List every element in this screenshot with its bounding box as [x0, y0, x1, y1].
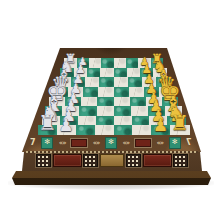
chess-set-photo: 7✻«»«»✻«»«»✻7 ♜♞♝♛♚♝♞♜♟♟♟♟♟♟♟♟♟♟♟♟♟♟♟♟♜♞… [0, 0, 222, 222]
square [78, 116, 97, 126]
square [129, 87, 145, 97]
square [132, 125, 151, 135]
square [74, 68, 88, 78]
checkered-dot-inlay-icon [83, 154, 98, 167]
square [71, 77, 86, 87]
square [42, 116, 61, 126]
tan-panel-inlay [100, 154, 124, 167]
square [162, 97, 179, 107]
checkered-dot-inlay-icon [126, 154, 141, 167]
square [96, 116, 115, 126]
red-inlay [71, 139, 87, 147]
square [159, 87, 175, 97]
square [126, 58, 139, 68]
square [132, 116, 151, 126]
square [114, 87, 130, 97]
red-inlay [135, 139, 151, 147]
square [85, 77, 100, 87]
square [114, 97, 131, 107]
square [101, 58, 114, 68]
square [146, 97, 163, 107]
square [83, 87, 99, 97]
chevron-inlay-icon: «» [59, 140, 66, 147]
square [114, 58, 127, 68]
rosette-inlay-icon: ✻ [105, 137, 117, 149]
square [151, 125, 170, 135]
square [62, 106, 80, 116]
square [53, 87, 69, 97]
square [68, 87, 84, 97]
square [89, 58, 102, 68]
square [153, 68, 167, 78]
square [95, 125, 114, 135]
square [130, 97, 147, 107]
square [131, 106, 149, 116]
front-inlay-panels [34, 154, 190, 167]
corner-bracket-icon: 7 [30, 139, 36, 147]
square [170, 125, 189, 135]
rosette-inlay-icon: ✻ [41, 137, 53, 149]
square [81, 97, 98, 107]
square [142, 77, 157, 87]
square [65, 97, 82, 107]
square [98, 87, 114, 97]
square [60, 116, 79, 126]
square [97, 97, 114, 107]
square [49, 97, 66, 107]
red-panel-inlay [53, 154, 82, 167]
square [114, 68, 128, 78]
square [87, 68, 101, 78]
square [144, 87, 160, 97]
rosette-inlay-icon: ✻ [169, 137, 181, 149]
square [167, 116, 186, 126]
square [77, 58, 90, 68]
checkered-dot-inlay-icon [36, 154, 51, 167]
chevron-inlay-icon: «» [93, 140, 100, 147]
square [100, 68, 114, 78]
square [45, 106, 63, 116]
square [148, 106, 166, 116]
square [97, 106, 115, 116]
square [138, 58, 151, 68]
bead-strip [26, 151, 198, 153]
square [156, 77, 171, 87]
square [79, 106, 97, 116]
square [114, 77, 129, 87]
square [64, 58, 77, 68]
chevron-inlay-icon: «» [156, 140, 163, 147]
chevron-inlay-icon: «» [123, 140, 130, 147]
square [140, 68, 154, 78]
square [114, 125, 133, 135]
square [114, 116, 133, 126]
red-panel-inlay [143, 154, 172, 167]
square [149, 116, 168, 126]
square [114, 106, 132, 116]
square [57, 77, 72, 87]
square [57, 125, 76, 135]
square [165, 106, 183, 116]
inlay-border: 7✻«»«»✻«»«»✻7 [30, 136, 192, 150]
square [99, 77, 114, 87]
square [128, 77, 143, 87]
checkered-dot-inlay-icon [173, 154, 188, 167]
square [127, 68, 141, 78]
square [38, 125, 57, 135]
corner-bracket-icon: 7 [186, 139, 192, 147]
square [76, 125, 95, 135]
square [151, 58, 164, 68]
square [60, 68, 74, 78]
